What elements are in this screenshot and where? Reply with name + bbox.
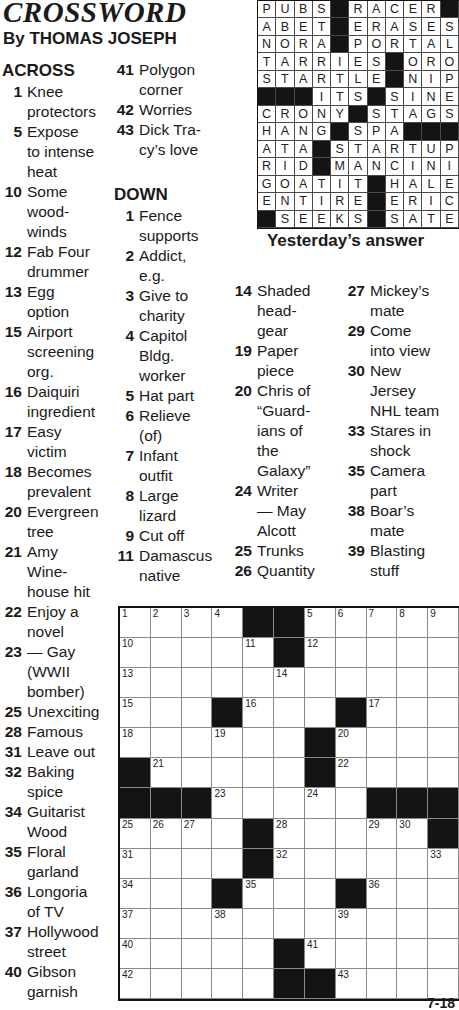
clue-number: 14 bbox=[232, 281, 252, 341]
puzzle-cell[interactable] bbox=[367, 909, 398, 939]
answer-cell-letter: I bbox=[422, 193, 440, 210]
puzzle-cell[interactable] bbox=[367, 668, 398, 698]
answer-cell-letter: O bbox=[441, 53, 459, 70]
puzzle-cell[interactable] bbox=[428, 668, 459, 698]
puzzle-cell[interactable] bbox=[212, 819, 243, 849]
clue-item: 5Hat part bbox=[114, 386, 232, 406]
answer-cell-letter: S bbox=[368, 106, 386, 123]
puzzle-cell[interactable]: 8 bbox=[397, 608, 428, 638]
down-clue-list-right: 27Mickey’s mate29Come into view30New Jer… bbox=[345, 281, 459, 581]
answer-cell-letter: A bbox=[404, 106, 422, 123]
clue-text: Egg option bbox=[27, 282, 113, 322]
clue-text: Leave out bbox=[27, 742, 113, 762]
answer-cell-letter: R bbox=[422, 1, 440, 18]
puzzle-cell[interactable] bbox=[274, 788, 305, 818]
across-header: ACROSS bbox=[2, 60, 113, 82]
puzzle-cell-black bbox=[305, 728, 336, 758]
clue-number: 36 bbox=[2, 882, 22, 922]
cell-number: 6 bbox=[338, 608, 344, 620]
answer-cell-letter: E bbox=[313, 211, 331, 228]
answer-cell-letter: R bbox=[331, 193, 349, 210]
clue-text: Capitol Bldg. worker bbox=[139, 326, 232, 386]
clue-item: 20Chris of “Guard- ians of the Galaxy” bbox=[232, 381, 344, 481]
puzzle-cell[interactable] bbox=[151, 668, 182, 698]
puzzle-cell[interactable] bbox=[212, 638, 243, 668]
cell-number: 39 bbox=[338, 909, 349, 921]
puzzle-cell[interactable]: 28 bbox=[274, 819, 305, 849]
answer-cell-letter: I bbox=[276, 158, 294, 175]
answer-cell-letter: E bbox=[349, 53, 367, 70]
puzzle-cell[interactable] bbox=[243, 788, 274, 818]
puzzle-cell[interactable]: 29 bbox=[367, 819, 398, 849]
answer-cell-letter: S bbox=[331, 141, 349, 158]
clue-text: Blasting stuff bbox=[370, 541, 459, 581]
clue-number: 4 bbox=[114, 326, 134, 386]
puzzle-cell[interactable]: 40 bbox=[120, 939, 151, 969]
cell-number: 32 bbox=[276, 849, 287, 861]
answer-cell-letter: A bbox=[258, 141, 276, 158]
puzzle-cell[interactable]: 20 bbox=[336, 728, 367, 758]
clue-text: Boar’s mate bbox=[370, 501, 459, 541]
clue-item: 7Infant outfit bbox=[114, 446, 232, 486]
clue-number: 40 bbox=[2, 962, 22, 1002]
answer-cell-letter: A bbox=[404, 211, 422, 228]
puzzle-cell[interactable] bbox=[243, 939, 274, 969]
puzzle-cell[interactable]: 41 bbox=[305, 939, 336, 969]
puzzle-cell[interactable]: 38 bbox=[212, 909, 243, 939]
puzzle-cell[interactable] bbox=[182, 969, 213, 999]
clue-item: 24Writer — May Alcott bbox=[232, 481, 344, 541]
puzzle-cell[interactable] bbox=[274, 879, 305, 909]
puzzle-cell-black bbox=[243, 819, 274, 849]
clue-column-down-left: 14Shaded head- gear19Paper piece20Chris … bbox=[232, 281, 344, 581]
puzzle-cell-black bbox=[274, 608, 305, 638]
puzzle-cell[interactable] bbox=[397, 909, 428, 939]
puzzle-cell[interactable]: 4 bbox=[212, 608, 243, 638]
clue-text: Quantity bbox=[257, 561, 344, 581]
puzzle-cell[interactable]: 17 bbox=[367, 698, 398, 728]
puzzle-cell[interactable]: 30 bbox=[397, 819, 428, 849]
answer-cell-letter: G bbox=[313, 123, 331, 140]
clue-number: 20 bbox=[232, 381, 252, 481]
clue-text: Stares in shock bbox=[370, 421, 459, 461]
clue-item: 39Blasting stuff bbox=[345, 541, 459, 581]
puzzle-cell[interactable]: 13 bbox=[120, 668, 151, 698]
clue-text: Paper piece bbox=[257, 341, 344, 381]
cell-number: 33 bbox=[430, 849, 441, 861]
puzzle-cell[interactable] bbox=[182, 849, 213, 879]
puzzle-cell[interactable] bbox=[274, 728, 305, 758]
puzzle-cell[interactable] bbox=[336, 668, 367, 698]
clue-item: 27Mickey’s mate bbox=[345, 281, 459, 321]
puzzle-cell[interactable]: 1 bbox=[120, 608, 151, 638]
puzzle-cell[interactable] bbox=[367, 939, 398, 969]
answer-cell-letter: C bbox=[441, 193, 459, 210]
puzzle-cell[interactable]: 32 bbox=[274, 849, 305, 879]
answer-cell-letter: K bbox=[331, 211, 349, 228]
answer-cell-letter: E bbox=[422, 18, 440, 35]
clue-item: 25Unexciting bbox=[2, 702, 113, 722]
answer-cell-black bbox=[386, 71, 404, 88]
clue-text: — Gay (WWII bomber) bbox=[27, 642, 113, 702]
puzzle-cell[interactable] bbox=[182, 668, 213, 698]
puzzle-cell[interactable]: 24 bbox=[305, 788, 336, 818]
puzzle-cell[interactable]: 25 bbox=[120, 819, 151, 849]
answer-cell-letter: R bbox=[368, 18, 386, 35]
puzzle-cell[interactable] bbox=[182, 909, 213, 939]
cell-number: 2 bbox=[153, 608, 159, 620]
clue-number: 37 bbox=[2, 922, 22, 962]
answer-cell-letter: N bbox=[276, 193, 294, 210]
clue-item: 8Large lizard bbox=[114, 486, 232, 526]
puzzle-cell[interactable]: 6 bbox=[336, 608, 367, 638]
puzzle-cell[interactable]: 2 bbox=[151, 608, 182, 638]
puzzle-cell[interactable]: 23 bbox=[212, 788, 243, 818]
puzzle-cell[interactable]: 19 bbox=[212, 728, 243, 758]
clue-text: Damascus native bbox=[139, 546, 232, 586]
clue-item: 12Fab Four drummer bbox=[2, 242, 113, 282]
puzzle-cell[interactable] bbox=[305, 909, 336, 939]
puzzle-cell[interactable]: 36 bbox=[367, 879, 398, 909]
clue-number: 20 bbox=[2, 502, 22, 542]
puzzle-cell[interactable]: 27 bbox=[182, 819, 213, 849]
answer-cell-black bbox=[331, 18, 349, 35]
answer-cell-letter: G bbox=[258, 176, 276, 193]
clue-item: 40Gibson garnish bbox=[2, 962, 113, 1002]
clue-text: Evergreen tree bbox=[27, 502, 113, 542]
cell-number: 26 bbox=[153, 819, 164, 831]
answer-cell-letter: U bbox=[276, 1, 294, 18]
down-clue-list-mid: 14Shaded head- gear19Paper piece20Chris … bbox=[232, 281, 344, 581]
clue-column-across: ACROSS 1Knee protectors5Expose to intens… bbox=[2, 60, 113, 1002]
answer-cell-black bbox=[258, 88, 276, 105]
clue-number: 2 bbox=[114, 246, 134, 286]
clue-text: Come into view bbox=[370, 321, 459, 361]
puzzle-cell[interactable] bbox=[336, 638, 367, 668]
clue-item: 1Fence supports bbox=[114, 206, 232, 246]
puzzle-cell[interactable] bbox=[243, 969, 274, 999]
answer-cell-letter: N bbox=[295, 123, 313, 140]
puzzle-cell[interactable] bbox=[367, 728, 398, 758]
cell-number: 41 bbox=[307, 939, 318, 951]
puzzle-cell[interactable] bbox=[336, 939, 367, 969]
puzzle-cell[interactable]: 39 bbox=[336, 909, 367, 939]
puzzle-cell[interactable] bbox=[428, 698, 459, 728]
puzzle-cell[interactable] bbox=[182, 638, 213, 668]
clue-number: 34 bbox=[2, 802, 22, 842]
puzzle-cell[interactable]: 33 bbox=[428, 849, 459, 879]
answer-cell-letter: N bbox=[404, 71, 422, 88]
answer-cell-black bbox=[368, 193, 386, 210]
puzzle-cell[interactable] bbox=[151, 879, 182, 909]
puzzle-cell[interactable] bbox=[274, 909, 305, 939]
cell-number: 18 bbox=[122, 728, 133, 740]
clue-number: 31 bbox=[2, 742, 22, 762]
clue-text: Hollywood street bbox=[27, 922, 113, 962]
puzzle-cell[interactable] bbox=[305, 698, 336, 728]
puzzle-cell[interactable]: 43 bbox=[336, 969, 367, 999]
answer-cell-letter: T bbox=[313, 18, 331, 35]
clue-number: 16 bbox=[2, 382, 22, 422]
puzzle-cell[interactable] bbox=[397, 698, 428, 728]
clue-number: 33 bbox=[345, 421, 365, 461]
puzzle-cell[interactable] bbox=[428, 909, 459, 939]
answer-cell-letter: H bbox=[386, 176, 404, 193]
clue-number: 21 bbox=[2, 542, 22, 602]
puzzle-cell[interactable] bbox=[151, 909, 182, 939]
answer-cell-letter: E bbox=[441, 176, 459, 193]
answer-cell-letter: S bbox=[349, 88, 367, 105]
puzzle-cell[interactable] bbox=[397, 638, 428, 668]
answer-cell-black bbox=[441, 123, 459, 140]
cell-number: 43 bbox=[338, 969, 349, 981]
clue-text: Fab Four drummer bbox=[27, 242, 113, 282]
puzzle-cell[interactable] bbox=[151, 939, 182, 969]
puzzle-cell[interactable] bbox=[151, 698, 182, 728]
clue-number: 1 bbox=[2, 82, 22, 122]
puzzle-cell[interactable]: 31 bbox=[120, 849, 151, 879]
cell-number: 31 bbox=[122, 849, 133, 861]
clue-number: 41 bbox=[114, 60, 134, 100]
clue-number: 30 bbox=[345, 361, 365, 421]
answer-cell-letter: N bbox=[422, 88, 440, 105]
clue-item: 10Some wood- winds bbox=[2, 182, 113, 242]
puzzle-cell[interactable]: 9 bbox=[428, 608, 459, 638]
yesterday-answer-label: Yesterday’s answer bbox=[232, 231, 459, 251]
puzzle-cell[interactable] bbox=[182, 758, 213, 788]
clue-item: 23— Gay (WWII bomber) bbox=[2, 642, 113, 702]
puzzle-cell[interactable] bbox=[367, 638, 398, 668]
puzzle-cell[interactable] bbox=[182, 879, 213, 909]
puzzle-cell[interactable] bbox=[397, 969, 428, 999]
clue-text: Shaded head- gear bbox=[257, 281, 344, 341]
cell-number: 37 bbox=[122, 909, 133, 921]
clue-item: 28Famous bbox=[2, 722, 113, 742]
yesterday-answer-grid: PUBSRACERABETERASESNORAPORTALTARRIESOROS… bbox=[257, 0, 459, 229]
cell-number: 24 bbox=[307, 788, 318, 800]
clue-text: Unexciting bbox=[27, 702, 113, 722]
clue-number: 5 bbox=[2, 122, 22, 182]
cell-number: 14 bbox=[276, 668, 287, 680]
clue-item: 33Stares in shock bbox=[345, 421, 459, 461]
puzzle-cell[interactable] bbox=[336, 819, 367, 849]
across-clue-list-tail: 41Polygon corner42Worries43Dick Tra- cy’… bbox=[114, 60, 232, 160]
answer-cell-letter: E bbox=[368, 71, 386, 88]
puzzle-cell[interactable] bbox=[397, 879, 428, 909]
clue-number: 6 bbox=[114, 406, 134, 446]
clue-number: 3 bbox=[114, 286, 134, 326]
cell-number: 12 bbox=[307, 638, 318, 650]
puzzle-cell[interactable] bbox=[151, 728, 182, 758]
answer-cell-black bbox=[441, 1, 459, 18]
answer-cell-letter: A bbox=[276, 53, 294, 70]
answer-cell-letter: B bbox=[276, 18, 294, 35]
clue-item: 41Polygon corner bbox=[114, 60, 232, 100]
answer-cell-letter: S bbox=[258, 71, 276, 88]
puzzle-cell[interactable] bbox=[151, 849, 182, 879]
answer-cell-letter: S bbox=[386, 88, 404, 105]
puzzle-cell[interactable] bbox=[182, 728, 213, 758]
answer-cell-letter: S bbox=[386, 211, 404, 228]
puzzle-cell[interactable]: 10 bbox=[120, 638, 151, 668]
clue-number: 38 bbox=[345, 501, 365, 541]
clue-item: 34Guitarist Wood bbox=[2, 802, 113, 842]
cell-number: 15 bbox=[122, 698, 133, 710]
puzzle-cell[interactable] bbox=[212, 668, 243, 698]
puzzle-cell[interactable] bbox=[336, 788, 367, 818]
answer-cell-letter: R bbox=[404, 193, 422, 210]
puzzle-cell[interactable] bbox=[212, 849, 243, 879]
puzzle-cell[interactable] bbox=[212, 758, 243, 788]
puzzle-cell[interactable] bbox=[182, 698, 213, 728]
puzzle-cell[interactable] bbox=[336, 849, 367, 879]
puzzle-cell-black bbox=[428, 819, 459, 849]
answer-cell-black bbox=[404, 123, 422, 140]
puzzle-cell[interactable] bbox=[212, 939, 243, 969]
answer-cell-letter: S bbox=[404, 18, 422, 35]
puzzle-cell[interactable]: 7 bbox=[367, 608, 398, 638]
puzzle-cell[interactable]: 42 bbox=[120, 969, 151, 999]
page-title: CROSSWORD bbox=[3, 0, 186, 29]
clue-item: 3Give to charity bbox=[114, 286, 232, 326]
puzzle-cell[interactable] bbox=[428, 879, 459, 909]
cell-number: 16 bbox=[245, 698, 256, 710]
clue-text: Large lizard bbox=[139, 486, 232, 526]
puzzle-cell[interactable] bbox=[428, 728, 459, 758]
clue-number: 18 bbox=[2, 462, 22, 502]
clue-item: 32Baking spice bbox=[2, 762, 113, 802]
cell-number: 34 bbox=[122, 879, 133, 891]
puzzle-cell[interactable]: 21 bbox=[151, 758, 182, 788]
puzzle-cell[interactable] bbox=[397, 758, 428, 788]
answer-cell-letter: T bbox=[276, 71, 294, 88]
puzzle-cell[interactable]: 22 bbox=[336, 758, 367, 788]
puzzle-cell[interactable] bbox=[212, 969, 243, 999]
clue-item: 13Egg option bbox=[2, 282, 113, 322]
clue-item: 5Expose to intense heat bbox=[2, 122, 113, 182]
puzzle-cell[interactable]: 15 bbox=[120, 698, 151, 728]
cell-number: 28 bbox=[276, 819, 287, 831]
cell-number: 8 bbox=[399, 608, 405, 620]
puzzle-cell[interactable]: 16 bbox=[243, 698, 274, 728]
answer-cell-black bbox=[368, 176, 386, 193]
clue-text: Give to charity bbox=[139, 286, 232, 326]
puzzle-cell[interactable] bbox=[397, 728, 428, 758]
answer-cell-letter: R bbox=[276, 106, 294, 123]
puzzle-cell[interactable]: 3 bbox=[182, 608, 213, 638]
puzzle-cell[interactable] bbox=[397, 939, 428, 969]
puzzle-cell[interactable] bbox=[367, 758, 398, 788]
answer-cell-letter: T bbox=[258, 53, 276, 70]
clue-text: Easy victim bbox=[27, 422, 113, 462]
puzzle-cell[interactable]: 18 bbox=[120, 728, 151, 758]
puzzle-cell[interactable] bbox=[274, 698, 305, 728]
puzzle-cell[interactable] bbox=[305, 879, 336, 909]
answer-cell-letter: P bbox=[349, 36, 367, 53]
clue-column-down-right: 27Mickey’s mate29Come into view30New Jer… bbox=[345, 281, 459, 581]
cell-number: 40 bbox=[122, 939, 133, 951]
cell-number: 35 bbox=[245, 879, 256, 891]
puzzle-cell[interactable] bbox=[367, 849, 398, 879]
answer-cell-letter: O bbox=[368, 36, 386, 53]
puzzle-cell[interactable] bbox=[305, 819, 336, 849]
puzzle-cell-black bbox=[151, 788, 182, 818]
puzzle-cell[interactable]: 35 bbox=[243, 879, 274, 909]
puzzle-cell[interactable] bbox=[367, 969, 398, 999]
puzzle-cell[interactable] bbox=[274, 758, 305, 788]
puzzle-cell[interactable]: 11 bbox=[243, 638, 274, 668]
clue-number: 19 bbox=[232, 341, 252, 381]
byline: By THOMAS JOSEPH bbox=[3, 29, 177, 49]
puzzle-cell[interactable]: 5 bbox=[305, 608, 336, 638]
answer-cell-letter: A bbox=[295, 71, 313, 88]
answer-cell-letter: S bbox=[276, 211, 294, 228]
answer-cell-letter: A bbox=[422, 36, 440, 53]
puzzle-cell[interactable] bbox=[305, 849, 336, 879]
answer-cell-letter: A bbox=[386, 123, 404, 140]
answer-cell-letter: A bbox=[276, 123, 294, 140]
clue-text: Trunks bbox=[257, 541, 344, 561]
puzzle-cell[interactable]: 37 bbox=[120, 909, 151, 939]
answer-cell-letter: R bbox=[313, 53, 331, 70]
puzzle-cell[interactable] bbox=[397, 849, 428, 879]
answer-cell-letter: O bbox=[276, 36, 294, 53]
puzzle-cell[interactable] bbox=[243, 758, 274, 788]
clue-item: 26Quantity bbox=[232, 561, 344, 581]
puzzle-cell[interactable] bbox=[151, 638, 182, 668]
answer-cell-letter: A bbox=[295, 141, 313, 158]
puzzle-cell[interactable] bbox=[428, 758, 459, 788]
clue-item: 15Airport screening org. bbox=[2, 322, 113, 382]
cell-number: 25 bbox=[122, 819, 133, 831]
puzzle-cell[interactable]: 26 bbox=[151, 819, 182, 849]
clue-item: 38Boar’s mate bbox=[345, 501, 459, 541]
puzzle-cell[interactable] bbox=[243, 668, 274, 698]
puzzle-cell[interactable] bbox=[397, 668, 428, 698]
puzzle-cell[interactable] bbox=[428, 939, 459, 969]
answer-cell-letter: T bbox=[331, 88, 349, 105]
cell-number: 1 bbox=[122, 608, 128, 620]
puzzle-cell-black bbox=[212, 698, 243, 728]
puzzle-cell[interactable] bbox=[243, 728, 274, 758]
answer-cell-letter: R bbox=[386, 36, 404, 53]
puzzle-cell[interactable] bbox=[243, 909, 274, 939]
answer-cell-letter: E bbox=[441, 88, 459, 105]
clue-text: Baking spice bbox=[27, 762, 113, 802]
clue-item: 19Paper piece bbox=[232, 341, 344, 381]
clue-item: 14Shaded head- gear bbox=[232, 281, 344, 341]
answer-cell-letter: E bbox=[349, 18, 367, 35]
puzzle-cell[interactable]: 14 bbox=[274, 668, 305, 698]
answer-cell-black bbox=[349, 106, 367, 123]
down-header: DOWN bbox=[114, 184, 232, 206]
answer-cell-black bbox=[313, 158, 331, 175]
clue-text: Worries bbox=[139, 100, 232, 120]
puzzle-cell[interactable] bbox=[182, 939, 213, 969]
answer-cell-letter: A bbox=[258, 18, 276, 35]
clue-text: Longoria of TV bbox=[27, 882, 113, 922]
puzzle-cell[interactable]: 34 bbox=[120, 879, 151, 909]
clue-number: 1 bbox=[114, 206, 134, 246]
clue-text: Chris of “Guard- ians of the Galaxy” bbox=[257, 381, 344, 481]
answer-cell-letter: A bbox=[404, 176, 422, 193]
answer-cell-letter: R bbox=[386, 141, 404, 158]
puzzle-cell[interactable] bbox=[305, 668, 336, 698]
puzzle-cell[interactable] bbox=[151, 969, 182, 999]
puzzle-cell[interactable]: 12 bbox=[305, 638, 336, 668]
puzzle-cell[interactable] bbox=[428, 638, 459, 668]
clue-item: 2Addict, e.g. bbox=[114, 246, 232, 286]
